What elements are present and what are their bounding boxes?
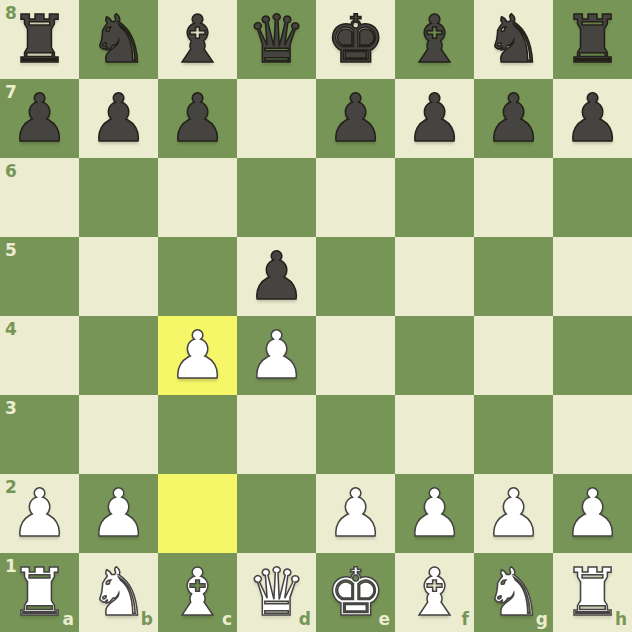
black-pawn-e7[interactable]: ♟ <box>316 79 395 158</box>
square-d1[interactable]: d♛ <box>237 553 316 632</box>
square-h7[interactable]: ♟ <box>553 79 632 158</box>
square-g8[interactable]: ♞ <box>474 0 553 79</box>
white-bishop-f1[interactable]: ♝ <box>395 553 474 632</box>
square-c5[interactable] <box>158 237 237 316</box>
square-g1[interactable]: g♞ <box>474 553 553 632</box>
black-knight-g8[interactable]: ♞ <box>474 0 553 79</box>
square-g6[interactable] <box>474 158 553 237</box>
square-f7[interactable]: ♟ <box>395 79 474 158</box>
black-king-e8[interactable]: ♚ <box>316 0 395 79</box>
black-pawn-g7[interactable]: ♟ <box>474 79 553 158</box>
rank-label-6: 6 <box>5 163 17 180</box>
white-pawn-b2[interactable]: ♟ <box>79 474 158 553</box>
rank-label-5: 5 <box>5 242 17 259</box>
square-h5[interactable] <box>553 237 632 316</box>
square-h8[interactable]: ♜ <box>553 0 632 79</box>
white-pawn-a2[interactable]: ♟ <box>0 474 79 553</box>
black-pawn-c7[interactable]: ♟ <box>158 79 237 158</box>
square-b4[interactable] <box>79 316 158 395</box>
square-b6[interactable] <box>79 158 158 237</box>
square-f1[interactable]: f♝ <box>395 553 474 632</box>
white-pawn-c4[interactable]: ♟ <box>158 316 237 395</box>
black-pawn-f7[interactable]: ♟ <box>395 79 474 158</box>
square-f6[interactable] <box>395 158 474 237</box>
square-a8[interactable]: 8♜ <box>0 0 79 79</box>
square-e5[interactable] <box>316 237 395 316</box>
square-h4[interactable] <box>553 316 632 395</box>
black-pawn-d5[interactable]: ♟ <box>237 237 316 316</box>
square-a6[interactable]: 6 <box>0 158 79 237</box>
square-h3[interactable] <box>553 395 632 474</box>
square-c1[interactable]: c♝ <box>158 553 237 632</box>
square-d2[interactable] <box>237 474 316 553</box>
white-king-e1[interactable]: ♚ <box>316 553 395 632</box>
square-b1[interactable]: b♞ <box>79 553 158 632</box>
square-h1[interactable]: h♜ <box>553 553 632 632</box>
white-rook-a1[interactable]: ♜ <box>0 553 79 632</box>
black-rook-h8[interactable]: ♜ <box>553 0 632 79</box>
square-f3[interactable] <box>395 395 474 474</box>
black-bishop-f8[interactable]: ♝ <box>395 0 474 79</box>
black-pawn-b7[interactable]: ♟ <box>79 79 158 158</box>
white-pawn-e2[interactable]: ♟ <box>316 474 395 553</box>
white-knight-g1[interactable]: ♞ <box>474 553 553 632</box>
square-e1[interactable]: e♚ <box>316 553 395 632</box>
square-d7[interactable] <box>237 79 316 158</box>
black-knight-b8[interactable]: ♞ <box>79 0 158 79</box>
square-g5[interactable] <box>474 237 553 316</box>
square-e7[interactable]: ♟ <box>316 79 395 158</box>
square-c7[interactable]: ♟ <box>158 79 237 158</box>
square-d3[interactable] <box>237 395 316 474</box>
square-a5[interactable]: 5 <box>0 237 79 316</box>
black-pawn-h7[interactable]: ♟ <box>553 79 632 158</box>
square-f8[interactable]: ♝ <box>395 0 474 79</box>
square-a7[interactable]: 7♟ <box>0 79 79 158</box>
square-d8[interactable]: ♛ <box>237 0 316 79</box>
white-bishop-c1[interactable]: ♝ <box>158 553 237 632</box>
square-a2[interactable]: 2♟ <box>0 474 79 553</box>
white-pawn-d4[interactable]: ♟ <box>237 316 316 395</box>
square-g3[interactable] <box>474 395 553 474</box>
white-pawn-h2[interactable]: ♟ <box>553 474 632 553</box>
square-a1[interactable]: 1a♜ <box>0 553 79 632</box>
square-f2[interactable]: ♟ <box>395 474 474 553</box>
square-c4[interactable]: ♟ <box>158 316 237 395</box>
white-queen-d1[interactable]: ♛ <box>237 553 316 632</box>
square-e3[interactable] <box>316 395 395 474</box>
square-d5[interactable]: ♟ <box>237 237 316 316</box>
square-h6[interactable] <box>553 158 632 237</box>
square-e6[interactable] <box>316 158 395 237</box>
black-rook-a8[interactable]: ♜ <box>0 0 79 79</box>
white-knight-b1[interactable]: ♞ <box>79 553 158 632</box>
square-g2[interactable]: ♟ <box>474 474 553 553</box>
square-g4[interactable] <box>474 316 553 395</box>
square-g7[interactable]: ♟ <box>474 79 553 158</box>
square-e8[interactable]: ♚ <box>316 0 395 79</box>
square-f5[interactable] <box>395 237 474 316</box>
square-c8[interactable]: ♝ <box>158 0 237 79</box>
square-e4[interactable] <box>316 316 395 395</box>
square-a4[interactable]: 4 <box>0 316 79 395</box>
square-c3[interactable] <box>158 395 237 474</box>
rank-label-3: 3 <box>5 400 17 417</box>
black-pawn-a7[interactable]: ♟ <box>0 79 79 158</box>
square-a3[interactable]: 3 <box>0 395 79 474</box>
white-pawn-f2[interactable]: ♟ <box>395 474 474 553</box>
chess-board: 8♜♞♝♛♚♝♞♜7♟♟♟♟♟♟♟65♟4♟♟32♟♟♟♟♟♟1a♜b♞c♝d♛… <box>0 0 632 632</box>
black-queen-d8[interactable]: ♛ <box>237 0 316 79</box>
rank-label-4: 4 <box>5 321 17 338</box>
white-pawn-g2[interactable]: ♟ <box>474 474 553 553</box>
square-b2[interactable]: ♟ <box>79 474 158 553</box>
square-b5[interactable] <box>79 237 158 316</box>
black-bishop-c8[interactable]: ♝ <box>158 0 237 79</box>
square-c6[interactable] <box>158 158 237 237</box>
square-f4[interactable] <box>395 316 474 395</box>
square-h2[interactable]: ♟ <box>553 474 632 553</box>
square-c2[interactable] <box>158 474 237 553</box>
square-b3[interactable] <box>79 395 158 474</box>
square-e2[interactable]: ♟ <box>316 474 395 553</box>
white-rook-h1[interactable]: ♜ <box>553 553 632 632</box>
square-b8[interactable]: ♞ <box>79 0 158 79</box>
square-d6[interactable] <box>237 158 316 237</box>
square-b7[interactable]: ♟ <box>79 79 158 158</box>
square-d4[interactable]: ♟ <box>237 316 316 395</box>
